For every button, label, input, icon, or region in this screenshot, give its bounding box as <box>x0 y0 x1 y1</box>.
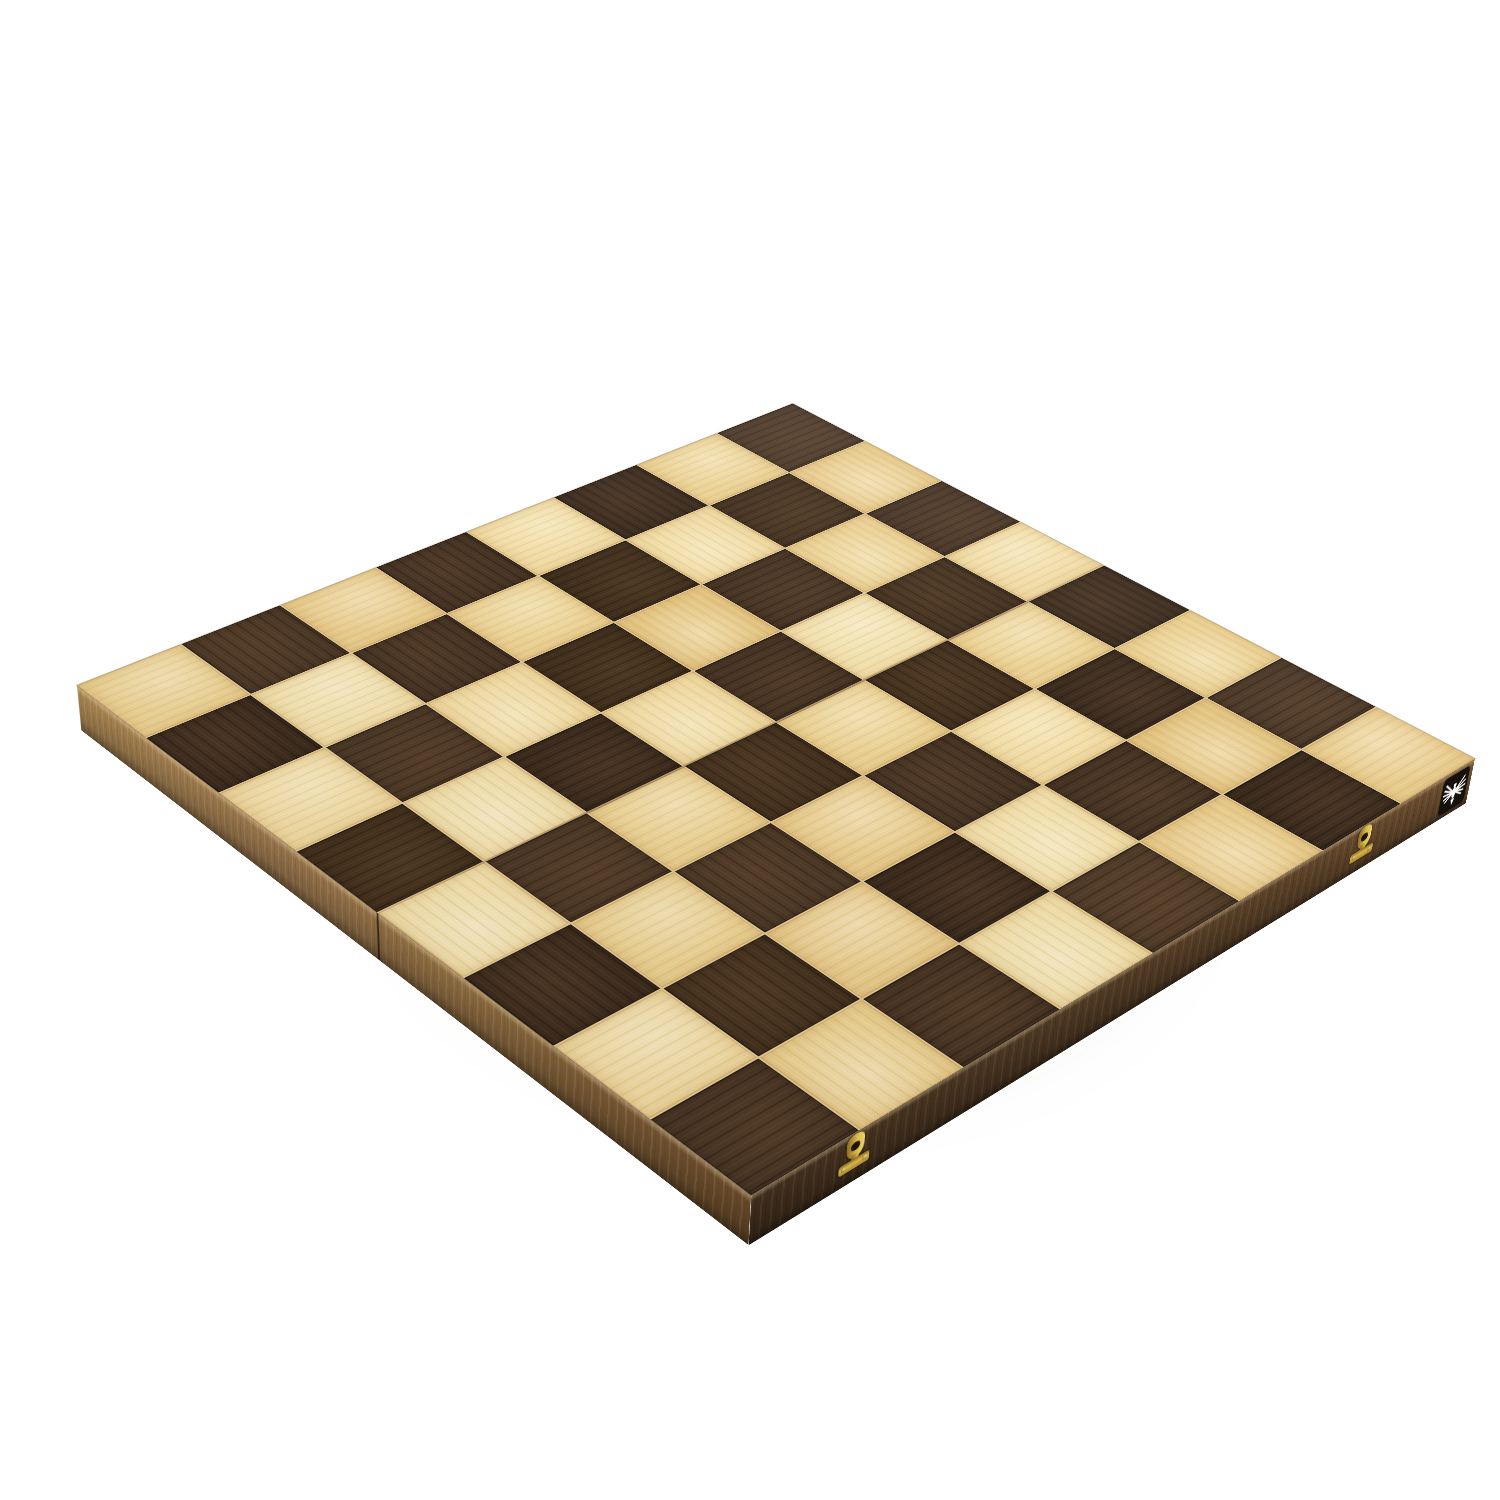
square-e5[interactable] <box>685 723 862 822</box>
square-g5[interactable] <box>864 833 1050 943</box>
folding-chessboard <box>77 404 1475 1196</box>
square-e6[interactable] <box>588 767 769 871</box>
square-f6[interactable] <box>675 823 861 932</box>
square-f4[interactable] <box>865 732 1042 831</box>
camera-tilt <box>0 0 1500 1500</box>
scene <box>0 0 1500 1500</box>
square-g4[interactable] <box>956 786 1137 891</box>
square-f5[interactable] <box>772 776 953 880</box>
square-d6[interactable] <box>506 714 683 812</box>
square-g7[interactable] <box>664 934 860 1056</box>
square-c7[interactable] <box>326 704 503 802</box>
square-g6[interactable] <box>766 882 957 998</box>
fold-seam-edge <box>376 912 380 962</box>
square-d7[interactable] <box>404 758 585 861</box>
square-g3[interactable] <box>1044 741 1221 841</box>
square-f7[interactable] <box>572 872 763 987</box>
backdrop <box>0 0 1500 1500</box>
square-e7[interactable] <box>486 813 672 922</box>
board-surface <box>77 404 1475 1196</box>
